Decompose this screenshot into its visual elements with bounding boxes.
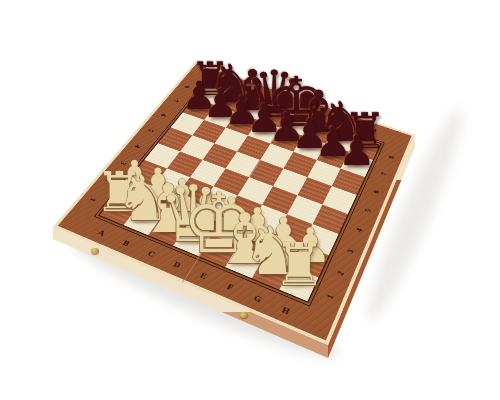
piece-black-pawn-h7[interactable]: ♟ <box>336 130 377 171</box>
chess-set-photo: AABBCCDDEEFFGGHH1122334455667788 ♜♞♟♝♟♛♟… <box>0 0 500 400</box>
piece-white-rook-h1[interactable]: ♜ <box>270 235 329 294</box>
brass-clasp-1 <box>91 248 99 254</box>
brass-clasp-2 <box>240 312 248 318</box>
